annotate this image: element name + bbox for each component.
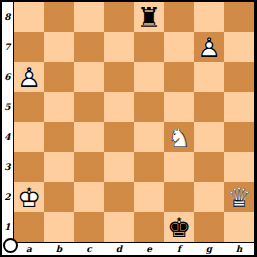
square-b6[interactable] — [44, 62, 74, 92]
square-b7[interactable] — [44, 32, 74, 62]
square-a5[interactable] — [14, 92, 44, 122]
square-h3[interactable] — [224, 152, 254, 182]
file-labels: abcdefgh — [14, 243, 254, 255]
square-g5[interactable] — [194, 92, 224, 122]
square-d2[interactable] — [104, 182, 134, 212]
white-pawn-outline: ♙ — [14, 62, 44, 92]
black-rook-glyph: ♜ — [134, 2, 164, 32]
square-e8[interactable]: ♜ — [134, 2, 164, 32]
square-g6[interactable] — [194, 62, 224, 92]
white-knight-glyph: ♞ — [164, 122, 194, 152]
square-f1[interactable]: ♚ — [164, 212, 194, 242]
rank-label-4: 4 — [2, 122, 13, 152]
square-g1[interactable] — [194, 212, 224, 242]
white-to-move-indicator — [3, 238, 18, 253]
square-d3[interactable] — [104, 152, 134, 182]
white-king-outline: ♔ — [14, 182, 44, 212]
square-f2[interactable] — [164, 182, 194, 212]
file-label-g: g — [194, 243, 224, 255]
square-c7[interactable] — [74, 32, 104, 62]
square-e4[interactable] — [134, 122, 164, 152]
white-king-glyph: ♚ — [14, 182, 44, 212]
file-label-e: e — [134, 243, 164, 255]
black-king-glyph: ♚ — [164, 212, 194, 242]
square-h7[interactable] — [224, 32, 254, 62]
square-f7[interactable] — [164, 32, 194, 62]
square-g2[interactable] — [194, 182, 224, 212]
square-f3[interactable] — [164, 152, 194, 182]
square-b1[interactable] — [44, 212, 74, 242]
square-c3[interactable] — [74, 152, 104, 182]
square-b8[interactable] — [44, 2, 74, 32]
square-h4[interactable] — [224, 122, 254, 152]
square-d5[interactable] — [104, 92, 134, 122]
square-e2[interactable] — [134, 182, 164, 212]
file-label-f: f — [164, 243, 194, 255]
file-label-a: a — [14, 243, 44, 255]
square-f8[interactable] — [164, 2, 194, 32]
piece-black-rook[interactable]: ♜ — [134, 2, 164, 32]
square-a7[interactable] — [14, 32, 44, 62]
square-a2[interactable]: ♚♔ — [14, 182, 44, 212]
white-queen-outline: ♕ — [224, 182, 254, 212]
square-d8[interactable] — [104, 2, 134, 32]
square-a3[interactable] — [14, 152, 44, 182]
rank-label-2: 2 — [2, 182, 13, 212]
square-h8[interactable] — [224, 2, 254, 32]
square-d1[interactable] — [104, 212, 134, 242]
piece-white-pawn[interactable]: ♟♙ — [194, 32, 224, 62]
file-label-b: b — [44, 243, 74, 255]
board-area: 87654321 ♜♟♙♟♙♞♘♚♔♛♕♚ — [2, 2, 254, 243]
square-e7[interactable] — [134, 32, 164, 62]
square-c1[interactable] — [74, 212, 104, 242]
piece-white-queen[interactable]: ♛♕ — [224, 182, 254, 212]
file-labels-row: abcdefgh — [2, 243, 254, 255]
white-pawn-outline: ♙ — [194, 32, 224, 62]
square-f5[interactable] — [164, 92, 194, 122]
square-b5[interactable] — [44, 92, 74, 122]
square-a1[interactable] — [14, 212, 44, 242]
file-label-h: h — [224, 243, 254, 255]
rank-label-3: 3 — [2, 152, 13, 182]
square-d6[interactable] — [104, 62, 134, 92]
square-e1[interactable] — [134, 212, 164, 242]
rank-label-8: 8 — [2, 2, 13, 32]
square-c5[interactable] — [74, 92, 104, 122]
square-g4[interactable] — [194, 122, 224, 152]
square-c8[interactable] — [74, 2, 104, 32]
piece-black-king[interactable]: ♚ — [164, 212, 194, 242]
square-g3[interactable] — [194, 152, 224, 182]
square-c6[interactable] — [74, 62, 104, 92]
rank-label-7: 7 — [2, 32, 13, 62]
rank-label-6: 6 — [2, 62, 13, 92]
rank-label-5: 5 — [2, 92, 13, 122]
chess-board: ♜♟♙♟♙♞♘♚♔♛♕♚ — [13, 2, 254, 243]
square-f4[interactable]: ♞♘ — [164, 122, 194, 152]
square-g7[interactable]: ♟♙ — [194, 32, 224, 62]
square-c2[interactable] — [74, 182, 104, 212]
square-c4[interactable] — [74, 122, 104, 152]
square-b2[interactable] — [44, 182, 74, 212]
square-h6[interactable] — [224, 62, 254, 92]
square-e3[interactable] — [134, 152, 164, 182]
square-d7[interactable] — [104, 32, 134, 62]
square-e5[interactable] — [134, 92, 164, 122]
white-pawn-glyph: ♟ — [14, 62, 44, 92]
piece-white-king[interactable]: ♚♔ — [14, 182, 44, 212]
file-label-d: d — [104, 243, 134, 255]
square-g8[interactable] — [194, 2, 224, 32]
square-a6[interactable]: ♟♙ — [14, 62, 44, 92]
rank-labels: 87654321 — [2, 2, 13, 243]
white-pawn-glyph: ♟ — [194, 32, 224, 62]
file-label-c: c — [74, 243, 104, 255]
square-f6[interactable] — [164, 62, 194, 92]
square-b4[interactable] — [44, 122, 74, 152]
square-h5[interactable] — [224, 92, 254, 122]
white-knight-outline: ♘ — [164, 122, 194, 152]
square-h2[interactable]: ♛♕ — [224, 182, 254, 212]
square-h1[interactable] — [224, 212, 254, 242]
square-a8[interactable] — [14, 2, 44, 32]
square-e6[interactable] — [134, 62, 164, 92]
square-a4[interactable] — [14, 122, 44, 152]
chess-diagram: 87654321 ♜♟♙♟♙♞♘♚♔♛♕♚ abcdefgh — [0, 0, 257, 257]
square-b3[interactable] — [44, 152, 74, 182]
piece-white-pawn[interactable]: ♟♙ — [14, 62, 44, 92]
piece-white-knight[interactable]: ♞♘ — [164, 122, 194, 152]
white-queen-glyph: ♛ — [224, 182, 254, 212]
square-d4[interactable] — [104, 122, 134, 152]
